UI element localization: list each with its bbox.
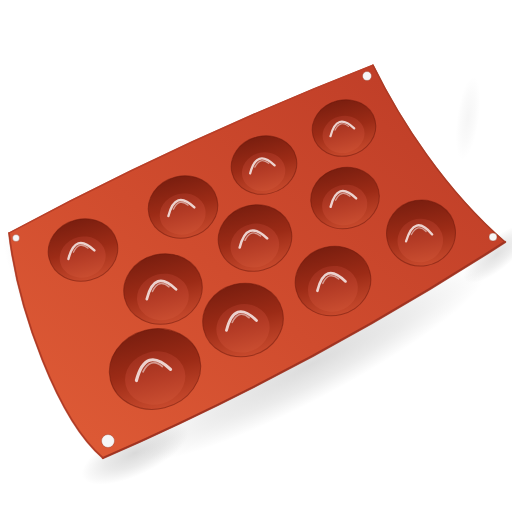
hanging-hole	[489, 233, 497, 241]
hanging-hole	[102, 435, 115, 448]
hanging-hole	[13, 235, 20, 242]
product-photo	[0, 0, 512, 512]
hanging-hole	[363, 72, 372, 81]
silicone-mold-photo-svg	[0, 0, 512, 512]
